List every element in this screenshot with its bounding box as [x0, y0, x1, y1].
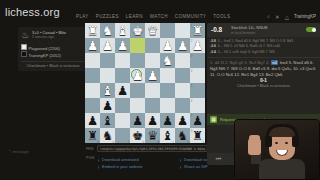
file-label: d	[158, 140, 160, 144]
file-label: e	[143, 140, 145, 144]
square-a8[interactable]: ♜a8	[190, 128, 205, 143]
square-e2[interactable]	[130, 38, 145, 53]
square-a6[interactable]: 6	[190, 98, 205, 113]
square-a7[interactable]: ♟7	[190, 113, 205, 128]
black-player[interactable]: TrainingKP (2052)	[21, 51, 85, 58]
white-color-icon	[21, 44, 27, 50]
analysis-icon: ▦	[210, 116, 217, 123]
square-h1[interactable]: ♜	[85, 23, 100, 38]
pgn-label: PGN	[86, 156, 94, 170]
download-icon: ⭳	[97, 158, 101, 162]
square-e1[interactable]: ♚	[130, 23, 145, 38]
white-pawn: ♟	[100, 38, 115, 53]
square-e4[interactable]: ♟	[130, 68, 145, 83]
engine-toggle[interactable]	[306, 27, 316, 32]
square-f2[interactable]: ♟	[115, 38, 130, 53]
square-b7[interactable]: ♟	[175, 113, 190, 128]
chat-input-hint[interactable]: ⌃ message	[8, 149, 29, 154]
white-pawn: ♟	[160, 38, 175, 53]
square-c8[interactable]: ♝c	[160, 128, 175, 143]
square-f3[interactable]	[115, 53, 130, 68]
headphone-right-earcup	[292, 136, 299, 147]
download-icon: ⭳	[179, 165, 183, 169]
nav-item-watch[interactable]: Watch	[150, 14, 168, 19]
search-icon[interactable]: ⌕	[267, 13, 270, 20]
rank-label: 4	[191, 69, 193, 73]
square-c4[interactable]	[160, 68, 175, 83]
rank-label: 7	[191, 114, 193, 118]
square-b6[interactable]	[175, 98, 190, 113]
square-h4[interactable]	[85, 68, 100, 83]
file-label: h	[98, 140, 100, 144]
square-f8[interactable]: f	[115, 128, 130, 143]
streamer-left-eye	[275, 142, 278, 144]
rank-label: 3	[191, 54, 193, 58]
square-c1[interactable]	[160, 23, 175, 38]
square-a5[interactable]: 5	[190, 83, 205, 98]
square-b2[interactable]: ♟	[175, 38, 190, 53]
square-d2[interactable]	[145, 38, 160, 53]
lichess-logo[interactable]: lichess.org	[5, 6, 60, 18]
square-g4[interactable]	[100, 68, 115, 83]
square-b4[interactable]	[175, 68, 190, 83]
square-d6[interactable]	[145, 98, 160, 113]
black-pawn: ♟	[85, 113, 100, 128]
pgn-link-embed-in-your-website[interactable]: ⭳Embed in your website	[97, 163, 179, 170]
lichess-app: lichess.org PlayPuzzlesLearnWatchCommuni…	[0, 0, 320, 180]
rank-label: 2	[191, 39, 193, 43]
file-label: a	[203, 140, 205, 144]
square-e5[interactable]	[130, 83, 145, 98]
game-timestamp: 5 minutes ago	[32, 35, 66, 40]
streamer-raised-hand	[248, 138, 261, 155]
first-move-button[interactable]: ⏮	[216, 156, 221, 163]
move-list[interactable]: 1. d4 f5 2. Bg5 g6 3. Nc3 Bg7 4. e4 fxe4…	[207, 58, 320, 112]
square-h8[interactable]: ♜h	[85, 128, 100, 143]
white-bishop: ♝	[115, 23, 130, 38]
black-pawn: ♟	[160, 113, 175, 128]
square-d4[interactable]: ♟	[145, 68, 160, 83]
square-f1[interactable]: ♝	[115, 23, 130, 38]
square-g6[interactable]: ♟	[100, 98, 115, 113]
square-f4[interactable]	[115, 68, 130, 83]
nav-right-cluster: ⌕ ✕ △ TrainingKP	[267, 13, 316, 20]
black-pawn: ♟	[115, 83, 130, 98]
engine-lines: -0.84… fxe4 5. Nxe4 d5 6. Ng3 Nf6 7. Nf3…	[207, 37, 320, 58]
rank-label: 1	[191, 24, 193, 28]
square-a2[interactable]: ♟2	[190, 38, 205, 53]
square-a3[interactable]: 3	[190, 53, 205, 68]
square-e6[interactable]	[130, 98, 145, 113]
square-b1[interactable]	[175, 23, 190, 38]
square-g3[interactable]	[100, 53, 115, 68]
white-pawn: ♟	[115, 38, 130, 53]
close-icon[interactable]: ✕	[275, 14, 280, 20]
engine-header: -0.8 Stockfish 14+ NNUE in local browser	[207, 23, 320, 37]
current-move[interactable]: e4	[271, 60, 279, 65]
fen-label: FEN	[86, 147, 94, 151]
square-a4[interactable]: 4	[190, 68, 205, 83]
square-d3[interactable]	[145, 53, 160, 68]
black-bishop: ♝	[100, 113, 115, 128]
square-h5[interactable]	[85, 83, 100, 98]
square-d1[interactable]: ♛	[145, 23, 160, 38]
streamer-right-eye	[285, 142, 288, 144]
engine-location: in local browser	[231, 31, 255, 35]
bell-icon[interactable]: △	[285, 14, 289, 20]
white-player[interactable]: Playposed (2206)	[21, 44, 85, 51]
square-d7[interactable]: ♟	[145, 113, 160, 128]
nav-item-learn[interactable]: Learn	[126, 14, 143, 19]
file-label: g	[113, 140, 115, 144]
square-c2[interactable]: ♟	[160, 38, 175, 53]
black-pawn: ♟	[130, 113, 145, 128]
square-d5[interactable]	[145, 83, 160, 98]
square-a1[interactable]: ♜1	[190, 23, 205, 38]
black-pawn: ♟	[100, 98, 115, 113]
square-c3[interactable]: ♞	[160, 53, 175, 68]
square-e8[interactable]: ♚e	[130, 128, 145, 143]
result-note: Checkmate • Black is victorious	[210, 84, 317, 89]
rank-label: 8	[191, 129, 193, 133]
engine-line-3[interactable]: -0.44… h6 5. exf5 hxg5 6. fxg6 Nf6 7. Nf…	[210, 50, 317, 56]
black-pawn: ♟	[145, 113, 160, 128]
headphones-band-icon	[266, 124, 298, 136]
black-color-icon	[21, 51, 27, 57]
engine-name: Stockfish 14+ NNUE	[231, 25, 268, 30]
square-f6[interactable]	[115, 98, 130, 113]
game-result-status: Checkmate • Black is victorious	[21, 61, 85, 69]
download-icon: ⭳	[97, 165, 101, 169]
square-h2[interactable]: ♟	[85, 38, 100, 53]
rank-label: 5	[191, 84, 193, 88]
moves-before-current: 1. d4 f5 2. Bg5 g6 3. Nc3 Bg7 4.	[210, 60, 270, 65]
square-g2[interactable]: ♟	[100, 38, 115, 53]
square-b3[interactable]	[175, 53, 190, 68]
username[interactable]: TrainingKP	[294, 14, 316, 19]
engine-eval: -0.8	[211, 26, 222, 33]
nav-item-puzzles[interactable]: Puzzles	[96, 14, 119, 19]
white-knight: ♞	[160, 53, 175, 68]
square-h7[interactable]: ♟	[85, 113, 100, 128]
square-e3[interactable]	[130, 53, 145, 68]
square-b8[interactable]: ♞b	[175, 128, 190, 143]
white-bishop: ♝	[100, 83, 115, 98]
nav-item-community[interactable]: Community	[175, 14, 206, 19]
headphone-left-earcup	[265, 136, 272, 147]
white-pawn: ♟	[175, 38, 190, 53]
file-label: c	[173, 140, 175, 144]
square-c5[interactable]	[160, 83, 175, 98]
square-b5[interactable]	[175, 83, 190, 98]
white-pawn: ♟	[85, 38, 100, 53]
nav-item-play[interactable]: Play	[76, 14, 89, 19]
white-queen: ♛	[145, 23, 160, 38]
square-f5[interactable]: ♟	[115, 83, 130, 98]
square-c6[interactable]	[160, 98, 175, 113]
nav-menu: PlayPuzzlesLearnWatchCommunityTools	[76, 14, 230, 19]
square-g7[interactable]: ♝	[100, 113, 115, 128]
white-knight: ♞	[100, 23, 115, 38]
game-info-card: ♨ 3+0 • Casual • Blitz 5 minutes ago Pla…	[18, 27, 88, 71]
streamer-webcam	[234, 119, 320, 180]
pgn-link-download-annotated[interactable]: ⭳Download annotated	[97, 156, 179, 163]
download-icon: ⭳	[179, 158, 183, 162]
square-h6[interactable]	[85, 98, 100, 113]
white-pawn: ♟	[145, 68, 160, 83]
white-rook: ♜	[85, 23, 100, 38]
last-move-ring	[131, 69, 143, 81]
square-g5[interactable]: ♝	[100, 83, 115, 98]
chess-board[interactable]: ♜♞♝♚♛♜1♟♟♟♟♟♟2♞3♟♟4♝♟5♟6♟♝♟♟♟♟♟7♜h♞gf♚e♛…	[85, 23, 205, 143]
square-d8[interactable]: ♛d	[145, 128, 160, 143]
file-label: b	[188, 140, 190, 144]
streamer-torso	[259, 159, 305, 180]
nav-item-tools[interactable]: Tools	[213, 14, 230, 19]
square-e7[interactable]: ♟	[130, 113, 145, 128]
top-navbar: lichess.org PlayPuzzlesLearnWatchCommuni…	[0, 0, 320, 24]
square-c7[interactable]: ♟	[160, 113, 175, 128]
square-g8[interactable]: ♞g	[100, 128, 115, 143]
black-pawn: ♟	[175, 113, 190, 128]
square-f7[interactable]	[115, 113, 130, 128]
blitz-flame-icon: ♨	[21, 30, 29, 41]
square-g1[interactable]: ♞	[100, 23, 115, 38]
rank-label: 6	[191, 99, 193, 103]
white-king: ♚	[130, 23, 145, 38]
square-h3[interactable]	[85, 53, 100, 68]
